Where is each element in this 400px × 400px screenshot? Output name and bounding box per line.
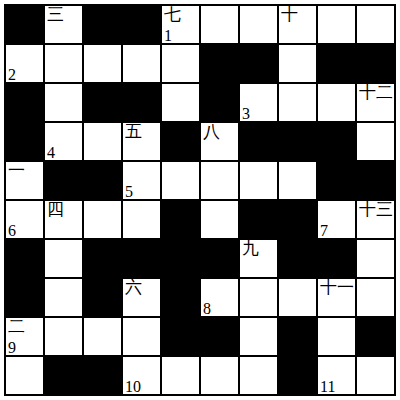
cell-r5c8[interactable]: 7 xyxy=(318,201,355,238)
down-clue-label: 十二 xyxy=(359,84,393,102)
cell-r7c1[interactable] xyxy=(45,279,82,316)
cell-r4c0[interactable]: 一 xyxy=(6,162,43,199)
cell-r6c9[interactable] xyxy=(357,240,394,277)
cell-r4c4[interactable] xyxy=(162,162,199,199)
down-clue-label: 十三 xyxy=(359,201,393,219)
cell-r7c9[interactable] xyxy=(357,279,394,316)
cell-r4c9 xyxy=(357,162,394,199)
cell-r0c8[interactable] xyxy=(318,6,355,43)
cell-r6c6[interactable]: 九 xyxy=(240,240,277,277)
cell-r9c4[interactable] xyxy=(162,357,199,394)
cell-r3c7 xyxy=(279,123,316,160)
cell-r4c7[interactable] xyxy=(279,162,316,199)
cell-r0c1[interactable]: 三 xyxy=(45,6,82,43)
cell-r9c0[interactable] xyxy=(6,357,43,394)
cell-r1c3[interactable] xyxy=(123,45,160,82)
cell-r9c2 xyxy=(84,357,121,394)
across-clue-number: 1 xyxy=(164,27,172,43)
crossword-board: 三七1十23十二4五八一56四7十三九六8十一二91011 xyxy=(4,4,396,396)
across-clue-number: 7 xyxy=(320,222,328,238)
down-clue-label: 十 xyxy=(281,6,298,24)
cell-r1c0[interactable]: 2 xyxy=(6,45,43,82)
across-clue-number: 8 xyxy=(203,300,211,316)
cell-r4c6[interactable] xyxy=(240,162,277,199)
cell-r0c4[interactable]: 七1 xyxy=(162,6,199,43)
cell-r8c5 xyxy=(201,318,238,355)
cell-r8c0[interactable]: 二9 xyxy=(6,318,43,355)
cell-r8c8[interactable] xyxy=(318,318,355,355)
cell-r1c1[interactable] xyxy=(45,45,82,82)
cell-r1c6 xyxy=(240,45,277,82)
cell-r6c7 xyxy=(279,240,316,277)
across-clue-number: 4 xyxy=(47,144,55,160)
cell-r8c9 xyxy=(357,318,394,355)
cell-r6c1[interactable] xyxy=(45,240,82,277)
cell-r8c4 xyxy=(162,318,199,355)
cell-r2c4[interactable] xyxy=(162,84,199,121)
cell-r3c5[interactable]: 八 xyxy=(201,123,238,160)
cell-r8c7 xyxy=(279,318,316,355)
cell-r1c9 xyxy=(357,45,394,82)
cell-r3c4 xyxy=(162,123,199,160)
cell-r6c2 xyxy=(84,240,121,277)
down-clue-label: 十一 xyxy=(320,279,354,297)
cell-r5c1[interactable]: 四 xyxy=(45,201,82,238)
cell-r8c2[interactable] xyxy=(84,318,121,355)
across-clue-number: 5 xyxy=(125,183,133,199)
across-clue-number: 6 xyxy=(8,222,16,238)
cell-r6c5 xyxy=(201,240,238,277)
cell-r0c2 xyxy=(84,6,121,43)
cell-r9c3[interactable]: 10 xyxy=(123,357,160,394)
cell-r3c1[interactable]: 4 xyxy=(45,123,82,160)
cell-r3c2[interactable] xyxy=(84,123,121,160)
cell-r1c5 xyxy=(201,45,238,82)
cell-r6c4 xyxy=(162,240,199,277)
cell-r6c3 xyxy=(123,240,160,277)
cell-r7c6[interactable] xyxy=(240,279,277,316)
cell-r9c5[interactable] xyxy=(201,357,238,394)
cell-r9c8[interactable]: 11 xyxy=(318,357,355,394)
cell-r5c4 xyxy=(162,201,199,238)
down-clue-label: 六 xyxy=(125,279,142,297)
cell-r7c2 xyxy=(84,279,121,316)
cell-r9c7 xyxy=(279,357,316,394)
cell-r0c6[interactable] xyxy=(240,6,277,43)
cell-r4c1 xyxy=(45,162,82,199)
cell-r2c8[interactable] xyxy=(318,84,355,121)
cell-r2c7[interactable] xyxy=(279,84,316,121)
cell-r5c6 xyxy=(240,201,277,238)
cell-r8c3[interactable] xyxy=(123,318,160,355)
cell-r0c7[interactable]: 十 xyxy=(279,6,316,43)
cell-r9c9[interactable] xyxy=(357,357,394,394)
down-clue-label: 四 xyxy=(47,201,64,219)
cell-r7c8[interactable]: 十一 xyxy=(318,279,355,316)
cell-r7c5[interactable]: 8 xyxy=(201,279,238,316)
cell-r1c8 xyxy=(318,45,355,82)
crossword-page: 三七1十23十二4五八一56四7十三九六8十一二91011 xyxy=(0,0,400,400)
cell-r4c8 xyxy=(318,162,355,199)
down-clue-label: 八 xyxy=(203,123,220,141)
cell-r2c9[interactable]: 十二 xyxy=(357,84,394,121)
cell-r9c6[interactable] xyxy=(240,357,277,394)
cell-r5c5[interactable] xyxy=(201,201,238,238)
cell-r8c6[interactable] xyxy=(240,318,277,355)
across-clue-number: 10 xyxy=(125,378,141,394)
cell-r6c8 xyxy=(318,240,355,277)
cell-r2c5 xyxy=(201,84,238,121)
across-clue-number: 3 xyxy=(242,105,250,121)
cell-r3c8 xyxy=(318,123,355,160)
cell-r7c0 xyxy=(6,279,43,316)
cell-r6c0 xyxy=(6,240,43,277)
cell-r3c0 xyxy=(6,123,43,160)
cell-r3c9[interactable] xyxy=(357,123,394,160)
cell-r7c4 xyxy=(162,279,199,316)
across-clue-number: 9 xyxy=(8,339,16,355)
across-clue-number: 2 xyxy=(8,66,16,82)
across-clue-number: 11 xyxy=(320,378,335,394)
cell-r3c3[interactable]: 五 xyxy=(123,123,160,160)
down-clue-label: 七 xyxy=(164,6,181,24)
cell-r7c3[interactable]: 六 xyxy=(123,279,160,316)
down-clue-label: 二 xyxy=(8,318,25,336)
cell-r2c6[interactable]: 3 xyxy=(240,84,277,121)
cell-r0c0 xyxy=(6,6,43,43)
cell-r7c7[interactable] xyxy=(279,279,316,316)
cell-r0c5[interactable] xyxy=(201,6,238,43)
cell-r5c9[interactable]: 十三 xyxy=(357,201,394,238)
down-clue-label: 一 xyxy=(8,162,25,180)
cell-r0c3 xyxy=(123,6,160,43)
down-clue-label: 九 xyxy=(242,240,259,258)
cell-r5c2[interactable] xyxy=(84,201,121,238)
cell-r0c9[interactable] xyxy=(357,6,394,43)
cell-r5c3[interactable] xyxy=(123,201,160,238)
cell-r5c7 xyxy=(279,201,316,238)
down-clue-label: 三 xyxy=(47,6,64,24)
cell-r3c6 xyxy=(240,123,277,160)
cell-r1c2[interactable] xyxy=(84,45,121,82)
cell-r9c1 xyxy=(45,357,82,394)
cell-r4c3[interactable]: 5 xyxy=(123,162,160,199)
cell-r2c2 xyxy=(84,84,121,121)
cell-r1c7[interactable] xyxy=(279,45,316,82)
cell-r2c0 xyxy=(6,84,43,121)
cell-r2c3 xyxy=(123,84,160,121)
cell-r4c2 xyxy=(84,162,121,199)
cell-r5c0[interactable]: 6 xyxy=(6,201,43,238)
cell-r1c4[interactable] xyxy=(162,45,199,82)
cell-r4c5[interactable] xyxy=(201,162,238,199)
cell-r8c1[interactable] xyxy=(45,318,82,355)
down-clue-label: 五 xyxy=(125,123,142,141)
cell-r2c1[interactable] xyxy=(45,84,82,121)
